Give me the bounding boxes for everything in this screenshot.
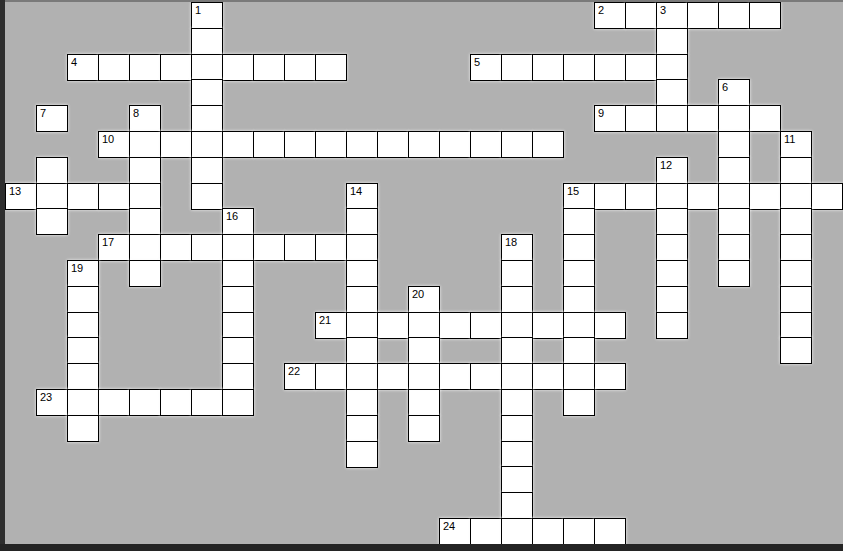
cell[interactable] bbox=[687, 2, 719, 29]
frame-left-edge bbox=[0, 0, 5, 551]
clue-number: 14 bbox=[350, 185, 362, 197]
cell[interactable] bbox=[191, 79, 223, 106]
cell[interactable] bbox=[129, 54, 161, 81]
cell[interactable] bbox=[687, 105, 719, 132]
cell[interactable]: 3 bbox=[656, 2, 688, 29]
cell[interactable] bbox=[532, 54, 564, 81]
cell[interactable] bbox=[656, 234, 688, 261]
cell[interactable] bbox=[377, 363, 409, 390]
cell[interactable] bbox=[501, 492, 533, 519]
cell[interactable] bbox=[222, 337, 254, 364]
frame-top-edge bbox=[0, 0, 843, 2]
cell[interactable] bbox=[284, 234, 316, 261]
cell[interactable] bbox=[36, 157, 68, 184]
cell[interactable] bbox=[191, 157, 223, 184]
cell[interactable] bbox=[501, 363, 533, 390]
clue-number: 21 bbox=[319, 314, 331, 326]
cell[interactable] bbox=[625, 183, 657, 210]
cell[interactable] bbox=[780, 286, 812, 313]
cell[interactable] bbox=[377, 312, 409, 339]
cell[interactable] bbox=[346, 337, 378, 364]
cell[interactable] bbox=[501, 415, 533, 442]
cell[interactable] bbox=[656, 312, 688, 339]
clue-number: 10 bbox=[102, 133, 114, 145]
cell[interactable] bbox=[408, 337, 440, 364]
cell[interactable] bbox=[594, 54, 626, 81]
cell[interactable] bbox=[501, 389, 533, 416]
cell[interactable] bbox=[67, 415, 99, 442]
cell[interactable]: 24 bbox=[439, 518, 471, 545]
cell[interactable] bbox=[191, 131, 223, 158]
cell[interactable] bbox=[36, 208, 68, 235]
cell[interactable] bbox=[346, 415, 378, 442]
cell[interactable] bbox=[346, 389, 378, 416]
cell[interactable] bbox=[346, 312, 378, 339]
cell[interactable] bbox=[408, 131, 440, 158]
cell[interactable] bbox=[718, 183, 750, 210]
cell[interactable] bbox=[594, 312, 626, 339]
cell[interactable] bbox=[563, 234, 595, 261]
cell[interactable] bbox=[191, 54, 223, 81]
cell[interactable] bbox=[780, 208, 812, 235]
cell[interactable] bbox=[594, 518, 626, 545]
cell[interactable] bbox=[780, 312, 812, 339]
cell[interactable] bbox=[222, 260, 254, 287]
cell[interactable] bbox=[346, 208, 378, 235]
cell[interactable] bbox=[191, 234, 223, 261]
cell[interactable] bbox=[191, 28, 223, 55]
cell[interactable] bbox=[67, 183, 99, 210]
cell[interactable] bbox=[780, 260, 812, 287]
cell[interactable] bbox=[284, 131, 316, 158]
cell[interactable] bbox=[346, 234, 378, 261]
cell[interactable] bbox=[780, 234, 812, 261]
cell[interactable] bbox=[222, 54, 254, 81]
clue-number: 11 bbox=[784, 133, 795, 145]
cell[interactable]: 10 bbox=[98, 131, 130, 158]
cell[interactable]: 14 bbox=[346, 183, 378, 210]
cell[interactable]: 20 bbox=[408, 286, 440, 313]
cell[interactable] bbox=[687, 183, 719, 210]
cell[interactable] bbox=[501, 54, 533, 81]
cell[interactable] bbox=[656, 260, 688, 287]
cell[interactable]: 17 bbox=[98, 234, 130, 261]
frame-bottom-edge bbox=[0, 544, 843, 551]
cell[interactable] bbox=[625, 2, 657, 29]
cell[interactable] bbox=[594, 183, 626, 210]
cell[interactable] bbox=[532, 131, 564, 158]
cell[interactable] bbox=[501, 337, 533, 364]
clue-number: 23 bbox=[40, 391, 52, 403]
cell[interactable] bbox=[67, 389, 99, 416]
cell[interactable]: 11 bbox=[780, 131, 812, 158]
cell[interactable] bbox=[346, 286, 378, 313]
clue-number: 24 bbox=[443, 520, 455, 532]
crossword-grid: 123456789101112131415161718192021222324 bbox=[0, 0, 843, 551]
cell[interactable] bbox=[532, 312, 564, 339]
cell[interactable] bbox=[191, 183, 223, 210]
cell[interactable] bbox=[625, 54, 657, 81]
cell[interactable] bbox=[346, 131, 378, 158]
cell[interactable] bbox=[470, 131, 502, 158]
cell[interactable] bbox=[67, 337, 99, 364]
cell[interactable] bbox=[98, 54, 130, 81]
cell[interactable] bbox=[656, 28, 688, 55]
cell[interactable] bbox=[98, 389, 130, 416]
cell[interactable] bbox=[811, 183, 843, 210]
cell[interactable] bbox=[408, 363, 440, 390]
cell[interactable] bbox=[67, 286, 99, 313]
cell[interactable] bbox=[191, 105, 223, 132]
cell[interactable] bbox=[129, 208, 161, 235]
crossword-puzzle: 123456789101112131415161718192021222324 bbox=[0, 0, 843, 551]
cell[interactable] bbox=[780, 183, 812, 210]
cell[interactable] bbox=[191, 389, 223, 416]
cell[interactable] bbox=[532, 518, 564, 545]
cell[interactable] bbox=[656, 105, 688, 132]
cell[interactable] bbox=[129, 131, 161, 158]
cell[interactable] bbox=[656, 208, 688, 235]
cell[interactable] bbox=[408, 389, 440, 416]
cell[interactable]: 23 bbox=[36, 389, 68, 416]
cell[interactable] bbox=[222, 286, 254, 313]
clue-number: 5 bbox=[474, 56, 480, 68]
clue-number: 17 bbox=[102, 236, 114, 248]
cell[interactable] bbox=[501, 131, 533, 158]
cell[interactable] bbox=[346, 260, 378, 287]
cell[interactable] bbox=[718, 2, 750, 29]
cell[interactable] bbox=[160, 131, 192, 158]
cell[interactable]: 9 bbox=[594, 105, 626, 132]
cell[interactable] bbox=[253, 234, 285, 261]
cell[interactable] bbox=[780, 337, 812, 364]
cell[interactable] bbox=[656, 54, 688, 81]
cell[interactable] bbox=[780, 157, 812, 184]
cell[interactable] bbox=[656, 79, 688, 106]
cell[interactable] bbox=[377, 131, 409, 158]
cell[interactable] bbox=[656, 183, 688, 210]
cell[interactable] bbox=[563, 389, 595, 416]
cell[interactable] bbox=[563, 518, 595, 545]
clue-number: 4 bbox=[71, 56, 77, 68]
cell[interactable]: 12 bbox=[656, 157, 688, 184]
cell[interactable]: 21 bbox=[315, 312, 347, 339]
cell[interactable] bbox=[36, 183, 68, 210]
cell[interactable] bbox=[67, 363, 99, 390]
cell[interactable] bbox=[222, 234, 254, 261]
clue-number: 15 bbox=[567, 185, 579, 197]
cell[interactable]: 22 bbox=[284, 363, 316, 390]
cell[interactable]: 4 bbox=[67, 54, 99, 81]
cell[interactable] bbox=[749, 2, 781, 29]
cell[interactable] bbox=[718, 208, 750, 235]
cell[interactable] bbox=[470, 312, 502, 339]
cell[interactable] bbox=[346, 363, 378, 390]
cell[interactable] bbox=[563, 208, 595, 235]
cell[interactable] bbox=[222, 312, 254, 339]
cell[interactable] bbox=[501, 312, 533, 339]
cell[interactable] bbox=[563, 54, 595, 81]
cell[interactable] bbox=[129, 234, 161, 261]
clue-number: 1 bbox=[195, 4, 201, 16]
cell[interactable]: 13 bbox=[5, 183, 37, 210]
cell[interactable] bbox=[718, 131, 750, 158]
cell[interactable] bbox=[315, 131, 347, 158]
clue-number: 18 bbox=[505, 236, 517, 248]
clue-number: 6 bbox=[722, 81, 728, 93]
clue-number: 7 bbox=[40, 107, 46, 119]
cell[interactable] bbox=[408, 415, 440, 442]
cell[interactable] bbox=[718, 157, 750, 184]
cell[interactable] bbox=[563, 363, 595, 390]
cell[interactable] bbox=[563, 312, 595, 339]
cell[interactable] bbox=[470, 363, 502, 390]
cell[interactable] bbox=[222, 389, 254, 416]
cell[interactable] bbox=[532, 363, 564, 390]
cell[interactable] bbox=[501, 260, 533, 287]
cell[interactable] bbox=[749, 183, 781, 210]
cell[interactable] bbox=[625, 105, 657, 132]
cell[interactable]: 18 bbox=[501, 234, 533, 261]
cell[interactable] bbox=[67, 312, 99, 339]
cell[interactable]: 8 bbox=[129, 105, 161, 132]
cell[interactable] bbox=[129, 389, 161, 416]
clue-number: 2 bbox=[598, 4, 604, 16]
cell[interactable] bbox=[129, 183, 161, 210]
cell[interactable] bbox=[563, 286, 595, 313]
cell[interactable] bbox=[749, 105, 781, 132]
cell[interactable] bbox=[98, 183, 130, 210]
cell[interactable] bbox=[160, 389, 192, 416]
cell[interactable] bbox=[718, 105, 750, 132]
cell[interactable]: 1 bbox=[191, 2, 223, 29]
cell[interactable] bbox=[501, 466, 533, 493]
cell[interactable]: 16 bbox=[222, 208, 254, 235]
cell[interactable] bbox=[346, 441, 378, 468]
cell[interactable] bbox=[160, 54, 192, 81]
cell[interactable] bbox=[284, 54, 316, 81]
cell[interactable] bbox=[315, 363, 347, 390]
cell[interactable] bbox=[718, 260, 750, 287]
cell[interactable] bbox=[594, 363, 626, 390]
cell[interactable] bbox=[563, 337, 595, 364]
cell[interactable] bbox=[470, 518, 502, 545]
cell[interactable]: 2 bbox=[594, 2, 626, 29]
cell[interactable] bbox=[222, 131, 254, 158]
clue-number: 19 bbox=[71, 262, 83, 274]
cell[interactable] bbox=[439, 131, 471, 158]
cell[interactable] bbox=[501, 518, 533, 545]
cell[interactable]: 19 bbox=[67, 260, 99, 287]
cell[interactable] bbox=[315, 54, 347, 81]
cell[interactable] bbox=[656, 286, 688, 313]
cell[interactable] bbox=[253, 54, 285, 81]
cell[interactable] bbox=[439, 312, 471, 339]
cell[interactable] bbox=[160, 234, 192, 261]
cell[interactable] bbox=[501, 286, 533, 313]
cell[interactable]: 5 bbox=[470, 54, 502, 81]
cell[interactable] bbox=[718, 234, 750, 261]
cell[interactable] bbox=[129, 260, 161, 287]
cell[interactable] bbox=[408, 312, 440, 339]
clue-number: 12 bbox=[660, 159, 672, 171]
clue-number: 9 bbox=[598, 107, 604, 119]
clue-number: 20 bbox=[412, 288, 424, 300]
cell[interactable] bbox=[222, 363, 254, 390]
clue-number: 8 bbox=[133, 107, 139, 119]
cell[interactable]: 7 bbox=[36, 105, 68, 132]
cell[interactable] bbox=[129, 157, 161, 184]
clue-number: 16 bbox=[226, 210, 238, 222]
clue-number: 3 bbox=[660, 4, 666, 16]
cell[interactable]: 15 bbox=[563, 183, 595, 210]
cell[interactable] bbox=[563, 260, 595, 287]
clue-number: 22 bbox=[288, 365, 300, 377]
cell[interactable] bbox=[501, 441, 533, 468]
cell[interactable]: 6 bbox=[718, 79, 750, 106]
cell[interactable] bbox=[439, 363, 471, 390]
cell[interactable] bbox=[253, 131, 285, 158]
cell[interactable] bbox=[315, 234, 347, 261]
clue-number: 13 bbox=[9, 185, 21, 197]
